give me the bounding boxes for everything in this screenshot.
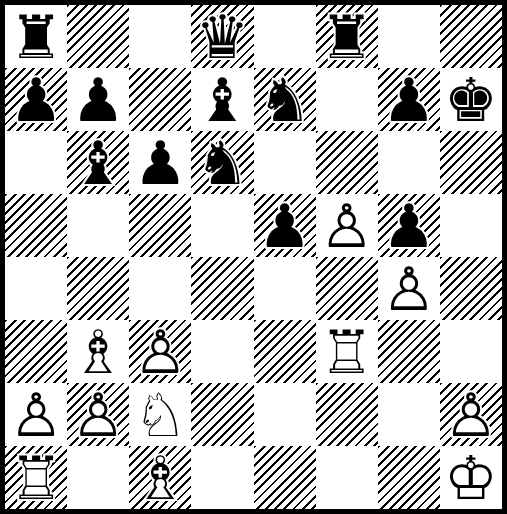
square-d7: ♝♝ bbox=[191, 68, 253, 131]
square-a4 bbox=[5, 257, 67, 320]
black-pawn-icon: ♟ bbox=[67, 68, 129, 131]
square-b7: ♟♟ bbox=[67, 68, 129, 131]
square-a1: ♜♖ bbox=[5, 446, 67, 509]
piece-halo: ♟ bbox=[67, 68, 129, 131]
square-b6: ♝♝ bbox=[67, 131, 129, 194]
square-c4 bbox=[129, 257, 191, 320]
white-pawn-icon: ♙ bbox=[5, 383, 67, 446]
white-pawn-icon: ♙ bbox=[129, 320, 191, 383]
square-b3: ♝♗ bbox=[67, 320, 129, 383]
square-f3: ♜♖ bbox=[316, 320, 378, 383]
chess-board: ♜♜♛♛♜♜♟♟♟♟♝♝♞♞♟♟♚♚♝♝♟♟♞♞♟♟♟♙♟♟♟♙♝♗♟♙♜♖♟♙… bbox=[0, 0, 507, 514]
square-c6: ♟♟ bbox=[129, 131, 191, 194]
black-pawn-icon: ♟ bbox=[378, 194, 440, 257]
square-f8: ♜♜ bbox=[316, 5, 378, 68]
piece-halo: ♞ bbox=[254, 68, 316, 131]
square-e4 bbox=[254, 257, 316, 320]
piece-halo: ♟ bbox=[378, 257, 440, 320]
piece-halo: ♜ bbox=[5, 5, 67, 68]
white-pawn-icon: ♙ bbox=[316, 194, 378, 257]
square-h5 bbox=[440, 194, 502, 257]
square-g6 bbox=[378, 131, 440, 194]
piece-halo: ♟ bbox=[5, 383, 67, 446]
square-d8: ♛♛ bbox=[191, 5, 253, 68]
square-d5 bbox=[191, 194, 253, 257]
square-a3 bbox=[5, 320, 67, 383]
square-b8 bbox=[67, 5, 129, 68]
black-pawn-icon: ♟ bbox=[5, 68, 67, 131]
piece-halo: ♟ bbox=[67, 383, 129, 446]
white-bishop-icon: ♗ bbox=[67, 320, 129, 383]
square-d4 bbox=[191, 257, 253, 320]
black-bishop-icon: ♝ bbox=[67, 131, 129, 194]
square-e6 bbox=[254, 131, 316, 194]
square-h1: ♚♔ bbox=[440, 446, 502, 509]
piece-halo: ♝ bbox=[129, 446, 191, 509]
piece-halo: ♟ bbox=[254, 194, 316, 257]
square-c7 bbox=[129, 68, 191, 131]
square-f6 bbox=[316, 131, 378, 194]
piece-halo: ♝ bbox=[191, 68, 253, 131]
black-knight-icon: ♞ bbox=[254, 68, 316, 131]
black-bishop-icon: ♝ bbox=[191, 68, 253, 131]
piece-halo: ♚ bbox=[440, 446, 502, 509]
square-d3 bbox=[191, 320, 253, 383]
piece-halo: ♞ bbox=[191, 131, 253, 194]
piece-halo: ♟ bbox=[440, 383, 502, 446]
square-h4 bbox=[440, 257, 502, 320]
white-rook-icon: ♖ bbox=[5, 446, 67, 509]
square-c2: ♞♘ bbox=[129, 383, 191, 446]
black-queen-icon: ♛ bbox=[191, 5, 253, 68]
piece-halo: ♟ bbox=[129, 131, 191, 194]
square-h6 bbox=[440, 131, 502, 194]
piece-halo: ♟ bbox=[129, 320, 191, 383]
piece-halo: ♞ bbox=[129, 383, 191, 446]
piece-halo: ♟ bbox=[316, 194, 378, 257]
square-a2: ♟♙ bbox=[5, 383, 67, 446]
black-knight-icon: ♞ bbox=[191, 131, 253, 194]
square-a6 bbox=[5, 131, 67, 194]
white-king-icon: ♔ bbox=[440, 446, 502, 509]
square-f1 bbox=[316, 446, 378, 509]
square-h2: ♟♙ bbox=[440, 383, 502, 446]
square-b5 bbox=[67, 194, 129, 257]
piece-halo: ♟ bbox=[5, 68, 67, 131]
piece-halo: ♜ bbox=[316, 320, 378, 383]
square-d6: ♞♞ bbox=[191, 131, 253, 194]
square-h8 bbox=[440, 5, 502, 68]
square-g4: ♟♙ bbox=[378, 257, 440, 320]
square-b4 bbox=[67, 257, 129, 320]
black-pawn-icon: ♟ bbox=[254, 194, 316, 257]
square-a8: ♜♜ bbox=[5, 5, 67, 68]
white-knight-icon: ♘ bbox=[129, 383, 191, 446]
square-e1 bbox=[254, 446, 316, 509]
square-f5: ♟♙ bbox=[316, 194, 378, 257]
piece-halo: ♜ bbox=[316, 5, 378, 68]
black-rook-icon: ♜ bbox=[316, 5, 378, 68]
black-rook-icon: ♜ bbox=[5, 5, 67, 68]
square-g2 bbox=[378, 383, 440, 446]
square-a7: ♟♟ bbox=[5, 68, 67, 131]
square-c8 bbox=[129, 5, 191, 68]
square-a5 bbox=[5, 194, 67, 257]
square-g5: ♟♟ bbox=[378, 194, 440, 257]
square-e2 bbox=[254, 383, 316, 446]
piece-halo: ♟ bbox=[378, 68, 440, 131]
white-rook-icon: ♖ bbox=[316, 320, 378, 383]
square-c5 bbox=[129, 194, 191, 257]
square-f2 bbox=[316, 383, 378, 446]
white-pawn-icon: ♙ bbox=[67, 383, 129, 446]
white-pawn-icon: ♙ bbox=[440, 383, 502, 446]
square-h7: ♚♚ bbox=[440, 68, 502, 131]
square-h3 bbox=[440, 320, 502, 383]
square-f7 bbox=[316, 68, 378, 131]
square-e5: ♟♟ bbox=[254, 194, 316, 257]
black-pawn-icon: ♟ bbox=[129, 131, 191, 194]
square-b2: ♟♙ bbox=[67, 383, 129, 446]
square-f4 bbox=[316, 257, 378, 320]
black-pawn-icon: ♟ bbox=[378, 68, 440, 131]
square-c3: ♟♙ bbox=[129, 320, 191, 383]
piece-halo: ♝ bbox=[67, 131, 129, 194]
square-b1 bbox=[67, 446, 129, 509]
black-king-icon: ♚ bbox=[440, 68, 502, 131]
square-d1 bbox=[191, 446, 253, 509]
square-e8 bbox=[254, 5, 316, 68]
square-e7: ♞♞ bbox=[254, 68, 316, 131]
square-g3 bbox=[378, 320, 440, 383]
square-g8 bbox=[378, 5, 440, 68]
piece-halo: ♟ bbox=[378, 194, 440, 257]
white-pawn-icon: ♙ bbox=[378, 257, 440, 320]
white-bishop-icon: ♗ bbox=[129, 446, 191, 509]
piece-halo: ♜ bbox=[5, 446, 67, 509]
square-g7: ♟♟ bbox=[378, 68, 440, 131]
square-c1: ♝♗ bbox=[129, 446, 191, 509]
piece-halo: ♝ bbox=[67, 320, 129, 383]
square-d2 bbox=[191, 383, 253, 446]
square-e3 bbox=[254, 320, 316, 383]
piece-halo: ♚ bbox=[440, 68, 502, 131]
piece-halo: ♛ bbox=[191, 5, 253, 68]
square-g1 bbox=[378, 446, 440, 509]
